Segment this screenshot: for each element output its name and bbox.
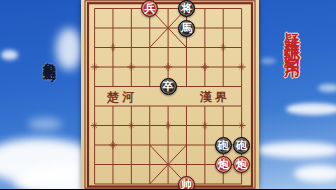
xiangqi-board[interactable]: 楚河 漢界 兵将馬卒砲砲炮炮帅 — [81, 0, 259, 189]
cloud — [260, 58, 276, 64]
black-soldier-e5[interactable]: 卒 — [160, 78, 177, 95]
cloud — [318, 84, 336, 92]
black-cannon-h8[interactable]: 砲 — [215, 137, 232, 154]
pieces-grid: 兵将馬卒砲砲炮炮帅 — [85, 0, 250, 189]
black-general-f1[interactable]: 将 — [178, 0, 195, 17]
red-cannon-i9[interactable]: 炮 — [233, 156, 250, 173]
black-cannon-i8[interactable]: 砲 — [233, 137, 250, 154]
red-general-f10[interactable]: 帅 — [178, 176, 195, 190]
black-horse-f2[interactable]: 馬 — [178, 20, 195, 37]
cloud — [28, 118, 62, 130]
cloud — [286, 103, 336, 115]
cloud — [56, 28, 82, 70]
channel-caption: 象棋刘正哥 — [43, 51, 56, 61]
series-caption: 疑难绝妙实用 — [284, 19, 300, 55]
cloud — [1, 50, 18, 60]
red-cannon-h9[interactable]: 炮 — [215, 156, 232, 173]
cloud — [256, 142, 336, 158]
red-soldier-d1[interactable]: 兵 — [141, 0, 158, 17]
cloud — [294, 165, 336, 182]
video-frame: 象棋刘正哥 疑难绝妙实用 楚河 漢界 兵将馬卒砲砲炮炮帅 — [0, 0, 336, 189]
